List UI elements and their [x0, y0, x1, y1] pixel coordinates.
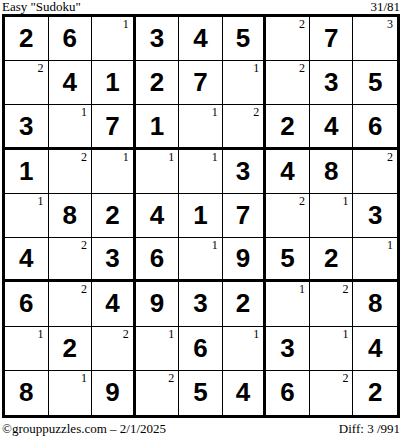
cell-value — [49, 238, 92, 279]
cell-value — [310, 371, 353, 415]
cell-r5c5[interactable]: 1 — [179, 194, 223, 238]
cell-value: 3 — [266, 327, 309, 370]
cell-r3c9[interactable]: 6 — [353, 105, 397, 149]
cell-r5c3[interactable]: 2 — [92, 194, 136, 238]
cell-r6c4[interactable]: 6 — [136, 238, 180, 282]
cell-r2c5[interactable]: 7 — [179, 61, 223, 105]
cell-r7c9[interactable]: 8 — [353, 282, 397, 326]
cell-r5c7[interactable]: 2 — [266, 194, 310, 238]
cell-value — [266, 61, 309, 104]
sudoku-board: 2613452732412712353171122461211134821824… — [2, 14, 400, 418]
cell-value: 4 — [136, 194, 179, 237]
cell-r3c5[interactable]: 1 — [179, 105, 223, 149]
cell-r3c3[interactable]: 7 — [92, 105, 136, 149]
cell-r9c7[interactable]: 6 — [266, 371, 310, 415]
cell-value — [353, 150, 397, 193]
cell-r1c4[interactable]: 3 — [136, 17, 180, 61]
cell-value: 3 — [5, 105, 48, 146]
cell-value: 4 — [353, 327, 397, 370]
cell-value: 8 — [353, 282, 397, 325]
cell-r7c2[interactable]: 2 — [49, 282, 93, 326]
cell-r1c6[interactable]: 5 — [223, 17, 267, 61]
cell-value — [266, 17, 309, 60]
cell-value — [353, 238, 397, 279]
copyright-text: ©grouppuzzles.com – 2/1/2025 — [2, 421, 166, 436]
cell-value: 9 — [92, 371, 133, 415]
cell-r3c7[interactable]: 2 — [266, 105, 310, 149]
cell-r2c8[interactable]: 3 — [310, 61, 354, 105]
cell-r9c1[interactable]: 8 — [5, 371, 49, 415]
cell-value: 4 — [223, 371, 264, 415]
cell-r4c3[interactable]: 1 — [92, 150, 136, 194]
cell-r4c2[interactable]: 2 — [49, 150, 93, 194]
cell-value — [49, 282, 92, 325]
cell-r5c6[interactable]: 7 — [223, 194, 267, 238]
cell-value: 7 — [310, 17, 353, 60]
difficulty-text: Diff: 3 /991 — [339, 421, 400, 436]
cell-r8c6[interactable]: 1 — [223, 327, 267, 371]
cell-r9c8[interactable]: 2 — [310, 371, 354, 415]
cell-value: 5 — [266, 238, 309, 279]
cell-value — [223, 61, 264, 104]
cell-r9c9[interactable]: 2 — [353, 371, 397, 415]
puzzle-page: Easy "Sudoku" 31/81 26134527324127123531… — [0, 0, 402, 437]
cell-r1c3[interactable]: 1 — [92, 17, 136, 61]
cell-r6c9[interactable]: 1 — [353, 238, 397, 282]
cell-r9c2[interactable]: 1 — [49, 371, 93, 415]
cell-r2c2[interactable]: 4 — [49, 61, 93, 105]
cell-value: 8 — [5, 371, 48, 415]
cell-r5c4[interactable]: 4 — [136, 194, 180, 238]
cell-value — [310, 282, 353, 325]
cell-r6c5[interactable]: 1 — [179, 238, 223, 282]
cell-value: 3 — [223, 150, 264, 193]
cell-value: 5 — [353, 61, 397, 104]
cell-value: 6 — [179, 327, 222, 370]
cell-value — [136, 327, 179, 370]
cell-value: 7 — [223, 194, 264, 237]
cell-r9c3[interactable]: 9 — [92, 371, 136, 415]
cell-r2c1[interactable]: 2 — [5, 61, 49, 105]
cell-r4c5[interactable]: 1 — [179, 150, 223, 194]
cell-value — [5, 327, 48, 370]
cell-value: 5 — [223, 17, 264, 60]
cell-r6c8[interactable]: 2 — [310, 238, 354, 282]
cell-value — [49, 371, 92, 415]
cell-value: 8 — [310, 150, 353, 193]
cell-value — [49, 150, 92, 193]
cell-value: 3 — [136, 17, 179, 60]
cell-value — [5, 194, 48, 237]
cell-value — [179, 105, 222, 146]
cell-r8c8[interactable]: 1 — [310, 327, 354, 371]
cell-value — [5, 61, 48, 104]
cell-r1c5[interactable]: 4 — [179, 17, 223, 61]
cell-r1c2[interactable]: 6 — [49, 17, 93, 61]
cell-value: 6 — [136, 238, 179, 279]
cell-value: 1 — [92, 61, 133, 104]
cell-r5c1[interactable]: 1 — [5, 194, 49, 238]
cell-value — [136, 150, 179, 193]
cell-r9c6[interactable]: 4 — [223, 371, 267, 415]
cell-value: 1 — [136, 105, 179, 146]
cell-value: 4 — [92, 282, 133, 325]
puzzle-title: Easy "Sudoku" — [2, 0, 81, 13]
cell-r7c4[interactable]: 9 — [136, 282, 180, 326]
cell-value: 1 — [5, 150, 48, 193]
cell-value — [49, 105, 92, 146]
cell-value: 4 — [266, 150, 309, 193]
cell-r1c7[interactable]: 2 — [266, 17, 310, 61]
cell-value: 9 — [136, 282, 179, 325]
cell-value: 1 — [179, 194, 222, 237]
cell-value — [92, 17, 133, 60]
cell-r7c8[interactable]: 2 — [310, 282, 354, 326]
cell-value: 3 — [92, 238, 133, 279]
cell-value: 2 — [310, 238, 353, 279]
cell-value — [179, 150, 222, 193]
cell-r3c8[interactable]: 4 — [310, 105, 354, 149]
cell-r6c7[interactable]: 5 — [266, 238, 310, 282]
cell-value: 7 — [179, 61, 222, 104]
cell-r2c4[interactable]: 2 — [136, 61, 180, 105]
footer: ©grouppuzzles.com – 2/1/2025 Diff: 3 /99… — [0, 418, 402, 437]
cell-value — [266, 282, 309, 325]
cell-r5c2[interactable]: 8 — [49, 194, 93, 238]
cell-r7c6[interactable]: 2 — [223, 282, 267, 326]
cell-value: 4 — [310, 105, 353, 146]
cell-r5c9[interactable]: 3 — [353, 194, 397, 238]
cell-r6c3[interactable]: 3 — [92, 238, 136, 282]
cell-r2c9[interactable]: 5 — [353, 61, 397, 105]
cell-r2c3[interactable]: 1 — [92, 61, 136, 105]
cell-value — [266, 194, 309, 237]
cell-value: 2 — [223, 282, 264, 325]
cell-value — [179, 238, 222, 279]
cell-value: 9 — [223, 238, 264, 279]
cell-value — [353, 17, 397, 60]
cell-value — [310, 194, 353, 237]
cell-value: 4 — [49, 61, 92, 104]
cell-value — [223, 327, 264, 370]
cell-value: 2 — [136, 61, 179, 104]
cell-value: 2 — [266, 105, 309, 146]
cell-r8c2[interactable]: 2 — [49, 327, 93, 371]
cell-value — [136, 371, 179, 415]
cell-value: 4 — [5, 238, 48, 279]
cell-value: 3 — [353, 194, 397, 237]
cell-r3c4[interactable]: 1 — [136, 105, 180, 149]
empty-cell-count: 31/81 — [370, 0, 400, 13]
header: Easy "Sudoku" 31/81 — [0, 0, 402, 14]
cell-value: 6 — [353, 105, 397, 146]
cell-r4c1[interactable]: 1 — [5, 150, 49, 194]
cell-r1c1[interactable]: 2 — [5, 17, 49, 61]
cell-r2c6[interactable]: 1 — [223, 61, 267, 105]
cell-r6c2[interactable]: 2 — [49, 238, 93, 282]
cell-value: 3 — [310, 61, 353, 104]
cell-r7c1[interactable]: 6 — [5, 282, 49, 326]
cell-r8c7[interactable]: 3 — [266, 327, 310, 371]
cell-r1c8[interactable]: 7 — [310, 17, 354, 61]
cell-r8c9[interactable]: 4 — [353, 327, 397, 371]
cell-r3c1[interactable]: 3 — [5, 105, 49, 149]
cell-value — [92, 150, 133, 193]
cell-value — [92, 327, 133, 370]
cell-r4c4[interactable]: 1 — [136, 150, 180, 194]
cell-value: 6 — [5, 282, 48, 325]
cell-value: 3 — [179, 282, 222, 325]
cell-r8c4[interactable]: 1 — [136, 327, 180, 371]
cell-r5c8[interactable]: 1 — [310, 194, 354, 238]
cell-value: 6 — [49, 17, 92, 60]
cell-r9c4[interactable]: 2 — [136, 371, 180, 415]
cell-value: 2 — [49, 327, 92, 370]
cell-value: 7 — [92, 105, 133, 146]
cell-r6c1[interactable]: 4 — [5, 238, 49, 282]
cell-value: 2 — [92, 194, 133, 237]
cell-value: 6 — [266, 371, 309, 415]
cell-value: 2 — [353, 371, 397, 415]
cell-r8c3[interactable]: 2 — [92, 327, 136, 371]
cell-r4c9[interactable]: 2 — [353, 150, 397, 194]
cell-r3c6[interactable]: 2 — [223, 105, 267, 149]
cell-r9c5[interactable]: 5 — [179, 371, 223, 415]
cell-value: 2 — [5, 17, 48, 60]
cell-r4c7[interactable]: 4 — [266, 150, 310, 194]
cell-r1c9[interactable]: 3 — [353, 17, 397, 61]
cell-value — [310, 327, 353, 370]
cell-r6c6[interactable]: 9 — [223, 238, 267, 282]
cell-value: 5 — [179, 371, 222, 415]
cell-value — [223, 105, 264, 146]
cell-value: 8 — [49, 194, 92, 237]
cell-r3c2[interactable]: 1 — [49, 105, 93, 149]
cell-r8c5[interactable]: 6 — [179, 327, 223, 371]
cell-r4c8[interactable]: 8 — [310, 150, 354, 194]
cell-r7c5[interactable]: 3 — [179, 282, 223, 326]
cell-r8c1[interactable]: 1 — [5, 327, 49, 371]
cell-r2c7[interactable]: 2 — [266, 61, 310, 105]
cell-value: 4 — [179, 17, 222, 60]
cell-r7c7[interactable]: 1 — [266, 282, 310, 326]
cell-r4c6[interactable]: 3 — [223, 150, 267, 194]
cell-r7c3[interactable]: 4 — [92, 282, 136, 326]
